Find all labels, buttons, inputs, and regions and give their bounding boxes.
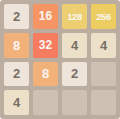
tile-256: 256: [91, 4, 116, 29]
empty-cell: [33, 90, 58, 115]
empty-cell: [91, 90, 116, 115]
tile-16: 16: [33, 4, 58, 29]
tile-2: 2: [4, 62, 29, 87]
tile-128: 128: [62, 4, 87, 29]
tile-2: 2: [62, 62, 87, 87]
tile-4: 4: [91, 33, 116, 58]
tile-32: 32: [33, 33, 58, 58]
tile-4: 4: [62, 33, 87, 58]
tile-8: 8: [33, 62, 58, 87]
empty-cell: [91, 62, 116, 87]
tile-4: 4: [4, 90, 29, 115]
2048-board: 216128256832442824: [0, 0, 120, 119]
tile-8: 8: [4, 33, 29, 58]
tile-2: 2: [4, 4, 29, 29]
empty-cell: [62, 90, 87, 115]
